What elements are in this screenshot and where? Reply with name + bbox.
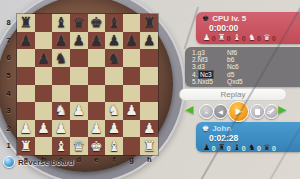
square-d2[interactable]	[70, 120, 88, 138]
player-clock: 0:02:28	[196, 133, 300, 143]
black-pawn: ♟	[72, 32, 85, 49]
black-pawn: ♟	[90, 32, 103, 49]
rank-label-4: 4	[3, 85, 14, 103]
white-pawn: ♟	[143, 120, 156, 137]
white-bishop: ♝	[55, 138, 68, 155]
reverse-board-label: Reverse board	[18, 158, 74, 167]
square-c1[interactable]: ♝	[52, 137, 70, 155]
square-a8[interactable]: ♜	[17, 14, 35, 32]
black-move[interactable]: b6	[227, 56, 234, 63]
move-list: 1.g3Nf62.Nf3b63.d3Nc64.Nc3d55.Nxd5Qxd5	[192, 49, 300, 85]
rank-label-8: 8	[3, 14, 14, 32]
black-pawn: ♟	[37, 50, 50, 67]
square-d3[interactable]: ♟	[70, 102, 88, 120]
reverse-board-button[interactable]: Reverse board	[3, 155, 74, 169]
square-a7[interactable]: ♟	[17, 32, 35, 50]
move-list-panel: 1.g3Nf62.Nf3b63.d3Nc64.Nc3d55.Nxd5Qxd5	[185, 47, 300, 87]
white-pawn: ♟	[72, 102, 85, 119]
black-pawn: ♟	[108, 32, 121, 49]
cpu-name: CPU lv. 5	[212, 14, 246, 23]
black-knight: ♞	[108, 50, 121, 67]
rook-icon: ♜	[218, 33, 225, 43]
black-king-icon: ♚	[202, 14, 209, 23]
options-button[interactable]	[264, 104, 279, 119]
captured-queen-counter: ♛0	[263, 33, 276, 43]
square-h4[interactable]	[140, 85, 158, 103]
square-e8[interactable]: ♚	[88, 14, 106, 32]
square-g3[interactable]: ♟	[123, 102, 141, 120]
square-e3[interactable]	[88, 102, 106, 120]
white-pawn: ♟	[125, 102, 138, 119]
square-f1[interactable]: ♝	[105, 137, 123, 155]
white-pawn: ♟	[20, 120, 33, 137]
rank-labels: 87654321	[3, 14, 14, 155]
wrench-icon	[267, 107, 276, 116]
captured-count: 0	[212, 145, 216, 152]
square-c2[interactable]: ♟	[52, 120, 70, 138]
square-e6[interactable]	[88, 49, 106, 67]
skip-start-icon: «	[205, 109, 208, 115]
move-number: 4.	[192, 71, 198, 78]
black-pawn: ♟	[55, 32, 68, 49]
pawn-icon: ♟	[203, 143, 210, 153]
white-pawn: ♟	[55, 120, 68, 137]
bishop-icon: ♝	[233, 143, 240, 153]
player-name-row: ♚ John	[196, 122, 300, 133]
captured-queen-counter: ♛0	[263, 143, 276, 153]
rank-label-3: 3	[3, 102, 14, 120]
white-pawn: ♟	[37, 120, 50, 137]
queen-icon: ♛	[263, 33, 270, 43]
captured-rook-counter: ♜0	[218, 33, 231, 43]
captured-count: 0	[272, 145, 276, 152]
square-d4[interactable]	[70, 85, 88, 103]
captured-count: 0	[257, 35, 261, 42]
square-g5[interactable]	[123, 67, 141, 85]
white-queen: ♛	[72, 138, 85, 155]
black-rook: ♜	[143, 14, 156, 31]
square-b8[interactable]	[35, 14, 53, 32]
white-move[interactable]: Nf3	[198, 56, 208, 63]
cpu-captured-pieces: ♟0♜0♝0♞0♛0	[196, 33, 300, 44]
square-e4[interactable]	[88, 85, 106, 103]
square-c6[interactable]: ♞	[52, 49, 70, 67]
stop-icon	[255, 109, 261, 115]
captured-bishop-counter: ♝0	[233, 143, 246, 153]
player-captured-pieces: ♟0♜0♝0♞0♛0	[196, 143, 300, 154]
captured-count: 0	[227, 35, 231, 42]
square-e2[interactable]: ♟	[88, 120, 106, 138]
black-bishop: ♝	[55, 14, 68, 31]
square-f2[interactable]: ♟	[105, 120, 123, 138]
rank-label-1: 1	[3, 137, 14, 155]
white-rook: ♜	[20, 138, 33, 155]
square-h8[interactable]: ♜	[140, 14, 158, 32]
square-b7[interactable]	[35, 32, 53, 50]
square-f5[interactable]	[105, 67, 123, 85]
captured-knight-counter: ♞0	[248, 143, 261, 153]
rank-label-2: 2	[3, 120, 14, 138]
captured-count: 0	[212, 35, 216, 42]
square-d1[interactable]: ♛	[70, 137, 88, 155]
square-g4[interactable]	[123, 85, 141, 103]
move-row: 1.g3Nf6	[192, 49, 300, 56]
square-a1[interactable]: ♜	[17, 137, 35, 155]
pawn-icon: ♟	[203, 33, 210, 43]
knight-icon: ♞	[248, 143, 255, 153]
square-d5[interactable]	[70, 67, 88, 85]
skip-to-start-button[interactable]: «	[199, 104, 214, 119]
captured-count: 0	[242, 145, 246, 152]
replay-button[interactable]: Replay	[179, 88, 287, 101]
square-e7[interactable]: ♟	[88, 32, 106, 50]
replay-label: Replay	[221, 90, 246, 99]
square-h5[interactable]	[140, 67, 158, 85]
wii-chess-screen: 87654321 ♜♝♛♚♝♜♟♟♟♟♟♟♟♟♞♞♞♟♞♟♟♟♟♟♟♟♜♝♛♚♝…	[0, 0, 300, 179]
square-d6[interactable]	[70, 49, 88, 67]
next-move-arrow[interactable]: ▶	[278, 103, 286, 116]
square-a5[interactable]	[17, 67, 35, 85]
black-rook: ♜	[20, 14, 33, 31]
file-label-g: g	[123, 155, 141, 165]
white-king: ♚	[90, 138, 103, 155]
captured-count: 0	[242, 35, 246, 42]
black-move[interactable]: d5	[227, 71, 234, 78]
black-bishop: ♝	[108, 14, 121, 31]
knight-icon: ♞	[248, 33, 255, 43]
square-b2[interactable]: ♟	[35, 120, 53, 138]
captured-pawn-counter: ♟0	[203, 33, 216, 43]
square-f3[interactable]: ♞	[105, 102, 123, 120]
white-knight: ♞	[108, 102, 121, 119]
square-h2[interactable]: ♟	[140, 120, 158, 138]
cpu-name-row: ♚ CPU lv. 5	[196, 12, 300, 23]
rank-label-7: 7	[3, 32, 14, 50]
black-knight: ♞	[55, 50, 68, 67]
square-h1[interactable]: ♜	[140, 137, 158, 155]
square-c8[interactable]: ♝	[52, 14, 70, 32]
step-back-icon: ◀	[218, 109, 223, 115]
square-b3[interactable]	[35, 102, 53, 120]
captured-rook-counter: ♜0	[218, 143, 231, 153]
captured-count: 0	[257, 145, 261, 152]
square-a6[interactable]	[17, 49, 35, 67]
square-f4[interactable]	[105, 85, 123, 103]
square-h6[interactable]	[140, 49, 158, 67]
black-king: ♚	[90, 14, 103, 31]
square-a2[interactable]: ♟	[17, 120, 35, 138]
cpu-panel: ♚ CPU lv. 5 0:00:00 ♟0♜0♝0♞0♛0	[196, 12, 300, 44]
file-label-f: f	[105, 155, 123, 165]
square-b6[interactable]: ♟	[35, 49, 53, 67]
file-label-h: h	[140, 155, 158, 165]
player-name: John	[212, 124, 231, 133]
square-e5[interactable]	[88, 67, 106, 85]
white-knight: ♞	[55, 102, 68, 119]
square-c5[interactable]	[52, 67, 70, 85]
file-label-e: e	[88, 155, 106, 165]
square-d8[interactable]: ♛	[70, 14, 88, 32]
captured-bishop-counter: ♝0	[233, 33, 246, 43]
square-h3[interactable]	[140, 102, 158, 120]
square-f7[interactable]: ♟	[105, 32, 123, 50]
square-g2[interactable]	[123, 120, 141, 138]
black-queen: ♛	[72, 14, 85, 31]
black-pawn: ♟	[143, 32, 156, 49]
white-pawn: ♟	[90, 120, 103, 137]
square-h7[interactable]: ♟	[140, 32, 158, 50]
play-button[interactable]: ▶	[228, 101, 249, 122]
move-row: 5.Nxd5Qxd5	[192, 78, 300, 85]
chess-board[interactable]: ♜♝♛♚♝♜♟♟♟♟♟♟♟♟♞♞♞♟♞♟♟♟♟♟♟♟♜♝♛♚♝♜	[17, 14, 158, 155]
black-move[interactable]: Qxd5	[227, 78, 243, 85]
square-g6[interactable]	[123, 49, 141, 67]
move-row: 4.Nc3d5	[192, 71, 300, 78]
prev-move-arrow[interactable]: ◀	[185, 103, 193, 116]
square-g1[interactable]	[123, 137, 141, 155]
square-a3[interactable]	[17, 102, 35, 120]
cpu-clock: 0:00:00	[196, 23, 300, 33]
queen-icon: ♛	[263, 143, 270, 153]
captured-count: 0	[272, 35, 276, 42]
bishop-icon: ♝	[233, 33, 240, 43]
rank-label-6: 6	[3, 49, 14, 67]
white-move[interactable]: g3	[198, 49, 205, 56]
stop-button[interactable]	[250, 104, 265, 119]
square-c7[interactable]: ♟	[52, 32, 70, 50]
square-a4[interactable]	[17, 85, 35, 103]
square-b5[interactable]	[35, 67, 53, 85]
captured-pawn-counter: ♟0	[203, 143, 216, 153]
move-row: 2.Nf3b6	[192, 56, 300, 63]
white-king-icon: ♚	[202, 124, 209, 133]
square-d7[interactable]: ♟	[70, 32, 88, 50]
black-pawn: ♟	[125, 32, 138, 49]
square-c4[interactable]	[52, 85, 70, 103]
square-g7[interactable]: ♟	[123, 32, 141, 50]
play-icon: ▶	[236, 107, 243, 116]
captured-knight-counter: ♞0	[248, 33, 261, 43]
white-move[interactable]: Nxd5	[198, 78, 213, 85]
white-rook: ♜	[143, 138, 156, 155]
player-panel: ♚ John 0:02:28 ♟0♜0♝0♞0♛0	[196, 122, 300, 152]
captured-count: 0	[227, 145, 231, 152]
black-move[interactable]: Nf6	[227, 49, 237, 56]
b-button-icon	[3, 156, 15, 168]
square-e1[interactable]: ♚	[88, 137, 106, 155]
square-b1[interactable]	[35, 137, 53, 155]
square-c3[interactable]: ♞	[52, 102, 70, 120]
black-pawn: ♟	[20, 32, 33, 49]
square-f8[interactable]: ♝	[105, 14, 123, 32]
white-bishop: ♝	[108, 138, 121, 155]
step-back-button[interactable]: ◀	[213, 104, 228, 119]
square-g8[interactable]	[123, 14, 141, 32]
square-b4[interactable]	[35, 85, 53, 103]
black-move[interactable]: Nc6	[227, 63, 239, 70]
white-pawn: ♟	[108, 120, 121, 137]
square-f6[interactable]: ♞	[105, 49, 123, 67]
rank-label-5: 5	[3, 67, 14, 85]
rook-icon: ♜	[218, 143, 225, 153]
